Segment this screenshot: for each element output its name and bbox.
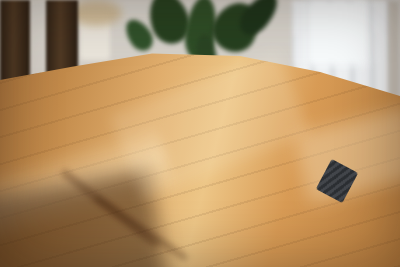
photo-scene bbox=[0, 0, 400, 267]
chess-pieces-layer bbox=[0, 0, 400, 267]
